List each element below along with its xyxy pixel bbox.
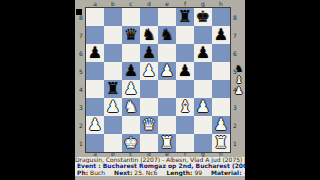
square-f3: ♝ [176, 98, 194, 116]
rank-label-6: 6 [78, 44, 84, 62]
info-segment-2: Length:99 [166, 170, 202, 176]
square-d3 [140, 98, 158, 116]
square-c2 [122, 116, 140, 134]
square-g1 [194, 134, 212, 152]
square-b1 [104, 134, 122, 152]
material-black-knight: ♞ [235, 63, 244, 74]
square-c5: ♟ [122, 62, 140, 80]
piece-black-pawn: ♟ [214, 27, 228, 43]
rank-label-6: 6 [232, 44, 238, 62]
square-a4 [86, 80, 104, 98]
rank-label-8: 8 [232, 8, 238, 26]
square-c6 [122, 44, 140, 62]
rank-label-2: 2 [232, 116, 238, 134]
piece-white-pawn: ♟ [124, 81, 138, 97]
piece-white-pawn: ♟ [160, 63, 174, 79]
square-h7: ♟ [212, 26, 230, 44]
square-e6 [158, 44, 176, 62]
letterbox-left [0, 0, 75, 180]
square-f2 [176, 116, 194, 134]
square-d1 [140, 134, 158, 152]
square-d2: ♛ [140, 116, 158, 134]
piece-black-rook: ♜ [178, 9, 192, 25]
piece-black-pawn: ♟ [142, 45, 156, 61]
square-b3: ♟ [104, 98, 122, 116]
rank-label-7: 7 [78, 26, 84, 44]
square-h1: ♜ [212, 134, 230, 152]
square-g2 [194, 116, 212, 134]
piece-white-rook: ♜ [160, 135, 174, 151]
material-white-pawn: ♟ [235, 85, 244, 96]
square-c3: ♞ [122, 98, 140, 116]
rank-label-8: 8 [78, 8, 84, 26]
letterbox-right [245, 0, 320, 180]
square-e1: ♜ [158, 134, 176, 152]
square-f5: ♟ [176, 62, 194, 80]
game-info-line: Ph:BuchNext:25. Nc6Length:99Material:+1 [75, 170, 245, 176]
piece-white-rook: ♜ [214, 135, 228, 151]
square-e7: ♞ [158, 26, 176, 44]
piece-black-pawn: ♟ [196, 45, 210, 61]
square-b6 [104, 44, 122, 62]
square-c4: ♟ [122, 80, 140, 98]
rank-label-5: 5 [78, 62, 84, 80]
square-h8 [212, 8, 230, 26]
piece-white-knight: ♞ [124, 99, 138, 115]
rank-label-4: 4 [78, 80, 84, 98]
square-c7: ♛ [122, 26, 140, 44]
square-b5 [104, 62, 122, 80]
square-d7: ♞ [140, 26, 158, 44]
square-g7 [194, 26, 212, 44]
square-a6: ♟ [86, 44, 104, 62]
square-f8: ♜ [176, 8, 194, 26]
rank-label-1: 1 [232, 134, 238, 152]
rank-label-2: 2 [78, 116, 84, 134]
piece-black-king: ♚ [196, 9, 210, 25]
square-a1 [86, 134, 104, 152]
piece-black-pawn: ♟ [88, 45, 102, 61]
square-a8 [86, 8, 104, 26]
square-f6 [176, 44, 194, 62]
material-white-bishop: ♝ [235, 74, 244, 85]
square-h3 [212, 98, 230, 116]
square-b4: ♜ [104, 80, 122, 98]
square-d6: ♟ [140, 44, 158, 62]
square-h5 [212, 62, 230, 80]
piece-white-pawn: ♟ [106, 99, 120, 115]
piece-white-pawn: ♟ [196, 99, 210, 115]
square-e5: ♟ [158, 62, 176, 80]
square-c1: ♚ [122, 134, 140, 152]
piece-white-pawn: ♟ [88, 117, 102, 133]
rank-label-3: 3 [78, 98, 84, 116]
square-a2: ♟ [86, 116, 104, 134]
square-e2 [158, 116, 176, 134]
piece-black-rook: ♜ [106, 81, 120, 97]
piece-black-pawn: ♟ [178, 63, 192, 79]
square-h6 [212, 44, 230, 62]
info-segment-3: Material:+1 [211, 170, 245, 176]
square-e4 [158, 80, 176, 98]
square-a5 [86, 62, 104, 80]
piece-white-pawn: ♟ [214, 117, 228, 133]
square-d5: ♟ [140, 62, 158, 80]
square-d4 [140, 80, 158, 98]
square-f4 [176, 80, 194, 98]
info-segment-0: Ph:Buch [77, 170, 105, 176]
square-g5 [194, 62, 212, 80]
piece-white-bishop: ♝ [178, 99, 192, 115]
info-segment-1: Next:25. Nc6 [114, 170, 157, 176]
rank-label-1: 1 [78, 134, 84, 152]
rank-labels-left: 87654321 [78, 8, 84, 152]
square-f1 [176, 134, 194, 152]
piece-white-queen: ♛ [142, 117, 156, 133]
square-g8: ♚ [194, 8, 212, 26]
piece-black-queen: ♛ [124, 27, 138, 43]
video-frame: abcdefgh abcdefgh 87654321 87654321 ♜♚♛♞… [0, 0, 320, 180]
square-c8 [122, 8, 140, 26]
square-f7 [176, 26, 194, 44]
square-e3 [158, 98, 176, 116]
piece-black-pawn: ♟ [124, 63, 138, 79]
square-g3: ♟ [194, 98, 212, 116]
rank-label-7: 7 [232, 26, 238, 44]
piece-black-knight: ♞ [160, 27, 174, 43]
square-d8 [140, 8, 158, 26]
piece-white-pawn: ♟ [142, 63, 156, 79]
square-b2 [104, 116, 122, 134]
square-h2: ♟ [212, 116, 230, 134]
piece-white-king: ♚ [124, 135, 138, 151]
square-g6: ♟ [194, 44, 212, 62]
square-a7 [86, 26, 104, 44]
square-a3 [86, 98, 104, 116]
board: ♜♚♛♞♞♟♟♟♟♟♟♟♟♜♟♟♞♝♟♟♛♟♚♜♜ [85, 7, 231, 153]
caption-bar: Dragusin, Constantin (2207) - Albesn, Vl… [75, 157, 245, 176]
rank-label-3: 3 [232, 98, 238, 116]
piece-black-knight: ♞ [142, 27, 156, 43]
square-b8 [104, 8, 122, 26]
square-b7 [104, 26, 122, 44]
material-balance-tray: ♞♝♟ [233, 63, 245, 96]
square-h4 [212, 80, 230, 98]
square-g4 [194, 80, 212, 98]
square-e8 [158, 8, 176, 26]
